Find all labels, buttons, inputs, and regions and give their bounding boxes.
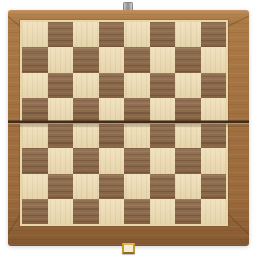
miter-joint bbox=[228, 214, 249, 236]
square-b3 bbox=[48, 148, 74, 173]
square-e2 bbox=[124, 174, 150, 199]
square-a7 bbox=[22, 47, 48, 72]
square-h1 bbox=[201, 199, 227, 224]
square-g3 bbox=[175, 148, 201, 173]
square-a4 bbox=[22, 123, 48, 148]
square-c6 bbox=[73, 73, 99, 98]
square-f3 bbox=[150, 148, 176, 173]
square-h2 bbox=[201, 174, 227, 199]
square-g1 bbox=[175, 199, 201, 224]
square-f2 bbox=[150, 174, 176, 199]
square-f7 bbox=[150, 47, 176, 72]
square-a8 bbox=[22, 22, 48, 47]
chessboard-box bbox=[8, 10, 249, 246]
square-h7 bbox=[201, 47, 227, 72]
square-b7 bbox=[48, 47, 74, 72]
square-d3 bbox=[99, 148, 125, 173]
square-e8 bbox=[124, 22, 150, 47]
square-c1 bbox=[73, 199, 99, 224]
square-g8 bbox=[175, 22, 201, 47]
square-d1 bbox=[99, 199, 125, 224]
square-g2 bbox=[175, 174, 201, 199]
brass-clasp-icon bbox=[122, 243, 135, 254]
square-b8 bbox=[48, 22, 74, 47]
square-a1 bbox=[22, 199, 48, 224]
square-b6 bbox=[48, 73, 74, 98]
square-c4 bbox=[73, 123, 99, 148]
square-d8 bbox=[99, 22, 125, 47]
square-h6 bbox=[201, 73, 227, 98]
square-f6 bbox=[150, 73, 176, 98]
square-c8 bbox=[73, 22, 99, 47]
square-e1 bbox=[124, 199, 150, 224]
square-h4 bbox=[201, 123, 227, 148]
square-c3 bbox=[73, 148, 99, 173]
square-h3 bbox=[201, 148, 227, 173]
square-g7 bbox=[175, 47, 201, 72]
square-d6 bbox=[99, 73, 125, 98]
square-b2 bbox=[48, 174, 74, 199]
square-a3 bbox=[22, 148, 48, 173]
square-d4 bbox=[99, 123, 125, 148]
square-f1 bbox=[150, 199, 176, 224]
square-a2 bbox=[22, 174, 48, 199]
miter-joint bbox=[8, 215, 20, 236]
square-f4 bbox=[150, 123, 176, 148]
square-g4 bbox=[175, 123, 201, 148]
square-c7 bbox=[73, 47, 99, 72]
square-b1 bbox=[48, 199, 74, 224]
product-photo bbox=[0, 0, 256, 256]
square-e3 bbox=[124, 148, 150, 173]
miter-joint bbox=[228, 15, 249, 26]
square-g6 bbox=[175, 73, 201, 98]
square-e6 bbox=[124, 73, 150, 98]
square-e7 bbox=[124, 47, 150, 72]
square-c2 bbox=[73, 174, 99, 199]
square-b4 bbox=[48, 123, 74, 148]
miter-joint bbox=[8, 15, 20, 27]
square-f8 bbox=[150, 22, 176, 47]
square-d2 bbox=[99, 174, 125, 199]
fold-seam bbox=[8, 120, 249, 126]
square-d7 bbox=[99, 47, 125, 72]
square-a6 bbox=[22, 73, 48, 98]
square-e4 bbox=[124, 123, 150, 148]
square-h8 bbox=[201, 22, 227, 47]
